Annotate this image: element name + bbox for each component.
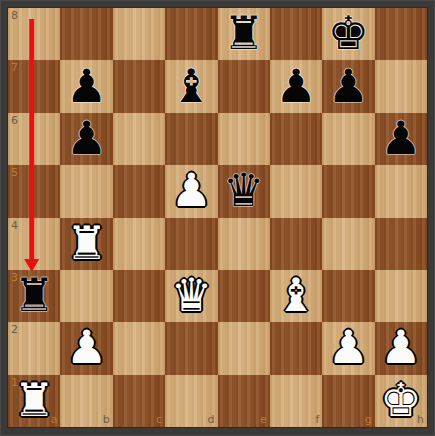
board-grid: 8♜♚7♟♝♟♟6♟♟5♟♛4♜3♜♛♝2♟♟♟1a♜bcdefgh♚: [8, 8, 427, 427]
square-c6[interactable]: [113, 113, 165, 165]
rank-label-5: 5: [11, 167, 18, 178]
file-label-e: e: [260, 414, 267, 425]
rank-label-4: 4: [11, 220, 18, 231]
rank-label-6: 6: [11, 115, 18, 126]
white-pawn[interactable]: ♟: [66, 324, 107, 370]
square-e7[interactable]: [218, 60, 270, 112]
square-f2[interactable]: [270, 322, 322, 374]
black-pawn[interactable]: ♟: [328, 63, 369, 109]
square-e2[interactable]: [218, 322, 270, 374]
black-pawn[interactable]: ♟: [66, 63, 107, 109]
square-e6[interactable]: [218, 113, 270, 165]
file-label-c: c: [156, 414, 162, 425]
file-label-f: f: [315, 414, 319, 425]
file-label-d: d: [208, 414, 215, 425]
white-pawn[interactable]: ♟: [380, 324, 421, 370]
white-bishop[interactable]: ♝: [275, 272, 316, 318]
square-a5[interactable]: 5: [8, 165, 60, 217]
square-f5[interactable]: [270, 165, 322, 217]
square-a4[interactable]: 4: [8, 218, 60, 270]
square-a8[interactable]: 8: [8, 8, 60, 60]
square-d6[interactable]: [165, 113, 217, 165]
rank-label-7: 7: [11, 62, 18, 73]
square-h3[interactable]: [375, 270, 427, 322]
white-pawn[interactable]: ♟: [328, 324, 369, 370]
square-f6[interactable]: [270, 113, 322, 165]
square-c5[interactable]: [113, 165, 165, 217]
square-c3[interactable]: [113, 270, 165, 322]
square-c8[interactable]: [113, 8, 165, 60]
square-b6[interactable]: ♟: [60, 113, 112, 165]
square-b2[interactable]: ♟: [60, 322, 112, 374]
square-c1[interactable]: c: [113, 375, 165, 427]
square-h7[interactable]: [375, 60, 427, 112]
black-pawn[interactable]: ♟: [66, 115, 107, 161]
black-queen[interactable]: ♛: [223, 167, 264, 213]
square-e5[interactable]: ♛: [218, 165, 270, 217]
white-queen[interactable]: ♛: [171, 272, 212, 318]
black-rook[interactable]: ♜: [223, 10, 264, 56]
white-rook[interactable]: ♜: [14, 377, 55, 423]
file-label-b: b: [103, 414, 110, 425]
square-e8[interactable]: ♜: [218, 8, 270, 60]
square-d3[interactable]: ♛: [165, 270, 217, 322]
square-g8[interactable]: ♚: [322, 8, 374, 60]
black-pawn[interactable]: ♟: [275, 63, 316, 109]
white-pawn[interactable]: ♟: [171, 167, 212, 213]
square-h1[interactable]: h♚: [375, 375, 427, 427]
square-g2[interactable]: ♟: [322, 322, 374, 374]
white-rook[interactable]: ♜: [66, 220, 107, 266]
square-a3[interactable]: 3♜: [8, 270, 60, 322]
square-b1[interactable]: b: [60, 375, 112, 427]
square-c7[interactable]: [113, 60, 165, 112]
black-bishop[interactable]: ♝: [171, 63, 212, 109]
square-a2[interactable]: 2: [8, 322, 60, 374]
square-d5[interactable]: ♟: [165, 165, 217, 217]
square-e3[interactable]: [218, 270, 270, 322]
square-a7[interactable]: 7: [8, 60, 60, 112]
square-f8[interactable]: [270, 8, 322, 60]
square-h6[interactable]: ♟: [375, 113, 427, 165]
square-a1[interactable]: 1a♜: [8, 375, 60, 427]
square-f3[interactable]: ♝: [270, 270, 322, 322]
square-d7[interactable]: ♝: [165, 60, 217, 112]
square-g3[interactable]: [322, 270, 374, 322]
black-rook[interactable]: ♜: [14, 272, 55, 318]
square-c2[interactable]: [113, 322, 165, 374]
file-label-g: g: [365, 414, 372, 425]
square-f7[interactable]: ♟: [270, 60, 322, 112]
square-b7[interactable]: ♟: [60, 60, 112, 112]
black-king[interactable]: ♚: [328, 10, 369, 56]
rank-label-2: 2: [11, 324, 18, 335]
square-h2[interactable]: ♟: [375, 322, 427, 374]
white-king[interactable]: ♚: [380, 377, 421, 423]
square-b8[interactable]: [60, 8, 112, 60]
square-g5[interactable]: [322, 165, 374, 217]
rank-label-8: 8: [11, 10, 18, 21]
black-pawn[interactable]: ♟: [380, 115, 421, 161]
square-g4[interactable]: [322, 218, 374, 270]
square-g6[interactable]: [322, 113, 374, 165]
square-d4[interactable]: [165, 218, 217, 270]
square-f1[interactable]: f: [270, 375, 322, 427]
square-b4[interactable]: ♜: [60, 218, 112, 270]
square-g7[interactable]: ♟: [322, 60, 374, 112]
square-d1[interactable]: d: [165, 375, 217, 427]
square-h4[interactable]: [375, 218, 427, 270]
square-h5[interactable]: [375, 165, 427, 217]
square-e4[interactable]: [218, 218, 270, 270]
square-b5[interactable]: [60, 165, 112, 217]
square-b3[interactable]: [60, 270, 112, 322]
square-d8[interactable]: [165, 8, 217, 60]
square-d2[interactable]: [165, 322, 217, 374]
square-e1[interactable]: e: [218, 375, 270, 427]
square-c4[interactable]: [113, 218, 165, 270]
square-a6[interactable]: 6: [8, 113, 60, 165]
square-g1[interactable]: g: [322, 375, 374, 427]
square-h8[interactable]: [375, 8, 427, 60]
square-f4[interactable]: [270, 218, 322, 270]
chess-board-frame: 8♜♚7♟♝♟♟6♟♟5♟♛4♜3♜♛♝2♟♟♟1a♜bcdefgh♚: [0, 0, 435, 436]
